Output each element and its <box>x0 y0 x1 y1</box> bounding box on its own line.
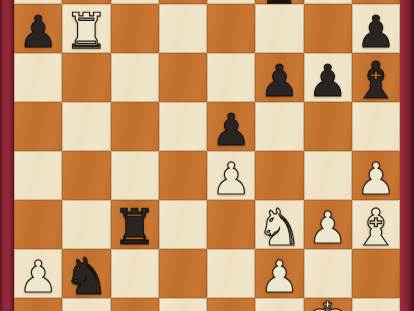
piece-black-pawn-h7[interactable]: ♟ <box>356 10 395 54</box>
square-f2[interactable]: ♟ <box>255 249 303 298</box>
square-e3[interactable] <box>207 200 255 249</box>
square-b4[interactable] <box>62 151 110 200</box>
square-b7[interactable]: ♜ <box>62 4 110 53</box>
square-h2[interactable] <box>352 249 400 298</box>
square-c6[interactable] <box>111 53 159 102</box>
square-b6[interactable] <box>62 53 110 102</box>
square-c5[interactable] <box>111 102 159 151</box>
board-clip-window: ♚♟♜♟♟♟♝♟♟♟♜♞♟♝♟♞♟♚ <box>14 0 400 311</box>
piece-white-bishop-h3[interactable]: ♝ <box>353 202 399 253</box>
piece-white-knight-f3[interactable]: ♞ <box>257 202 303 253</box>
square-g4[interactable] <box>304 151 352 200</box>
square-b5[interactable] <box>62 102 110 151</box>
square-b3[interactable] <box>62 200 110 249</box>
square-a1[interactable] <box>14 298 62 311</box>
board-frame-left <box>0 0 14 311</box>
square-e2[interactable] <box>207 249 255 298</box>
piece-black-rook-c3[interactable]: ♜ <box>113 203 157 252</box>
square-c2[interactable] <box>111 249 159 298</box>
square-e5[interactable]: ♟ <box>207 102 255 151</box>
chess-board-screenshot: ♚♟♜♟♟♟♝♟♟♟♜♞♟♝♟♞♟♚ 765432 <box>0 0 414 311</box>
board: ♚♟♜♟♟♟♝♟♟♟♜♞♟♝♟♞♟♚ <box>14 0 400 311</box>
square-h7[interactable]: ♟ <box>352 4 400 53</box>
piece-white-king-g1[interactable]: ♚ <box>304 295 351 311</box>
square-c1[interactable] <box>111 298 159 311</box>
square-f7[interactable] <box>255 4 303 53</box>
square-d7[interactable] <box>159 4 207 53</box>
square-c3[interactable]: ♜ <box>111 200 159 249</box>
square-c7[interactable] <box>111 4 159 53</box>
square-f5[interactable] <box>255 102 303 151</box>
piece-white-pawn-e4[interactable]: ♟ <box>211 157 250 201</box>
piece-white-pawn-f2[interactable]: ♟ <box>260 255 299 299</box>
piece-black-bishop-h6[interactable]: ♝ <box>353 55 399 106</box>
square-e4[interactable]: ♟ <box>207 151 255 200</box>
square-a2[interactable]: ♟ <box>14 249 62 298</box>
square-g3[interactable]: ♟ <box>304 200 352 249</box>
piece-black-pawn-g6[interactable]: ♟ <box>308 59 347 103</box>
square-d4[interactable] <box>159 151 207 200</box>
square-g6[interactable]: ♟ <box>304 53 352 102</box>
square-h1[interactable] <box>352 298 400 311</box>
square-g5[interactable] <box>304 102 352 151</box>
square-h4[interactable]: ♟ <box>352 151 400 200</box>
square-h5[interactable] <box>352 102 400 151</box>
square-h3[interactable]: ♝ <box>352 200 400 249</box>
square-a4[interactable] <box>14 151 62 200</box>
square-f6[interactable]: ♟ <box>255 53 303 102</box>
square-f4[interactable] <box>255 151 303 200</box>
piece-white-rook-b7[interactable]: ♜ <box>64 7 108 56</box>
square-h6[interactable]: ♝ <box>352 53 400 102</box>
square-a5[interactable] <box>14 102 62 151</box>
square-a7[interactable]: ♟ <box>14 4 62 53</box>
square-d6[interactable] <box>159 53 207 102</box>
square-d5[interactable] <box>159 102 207 151</box>
piece-black-knight-b2[interactable]: ♞ <box>64 251 110 302</box>
piece-white-pawn-g3[interactable]: ♟ <box>308 206 347 250</box>
square-b1[interactable] <box>62 298 110 311</box>
square-e6[interactable] <box>207 53 255 102</box>
square-f1[interactable] <box>255 298 303 311</box>
square-d1[interactable] <box>159 298 207 311</box>
square-a6[interactable] <box>14 53 62 102</box>
square-d3[interactable] <box>159 200 207 249</box>
square-a3[interactable] <box>14 200 62 249</box>
square-e1[interactable] <box>207 298 255 311</box>
piece-black-pawn-a7[interactable]: ♟ <box>18 10 57 54</box>
piece-white-pawn-h4[interactable]: ♟ <box>356 157 395 201</box>
board-frame-right <box>400 0 414 311</box>
square-f3[interactable]: ♞ <box>255 200 303 249</box>
square-g1[interactable]: ♚ <box>304 298 352 311</box>
square-e7[interactable] <box>207 4 255 53</box>
piece-black-pawn-f6[interactable]: ♟ <box>260 59 299 103</box>
piece-black-pawn-e5[interactable]: ♟ <box>211 108 250 152</box>
square-g7[interactable] <box>304 4 352 53</box>
square-d2[interactable] <box>159 249 207 298</box>
square-b2[interactable]: ♞ <box>62 249 110 298</box>
square-c4[interactable] <box>111 151 159 200</box>
piece-white-pawn-a2[interactable]: ♟ <box>18 255 57 299</box>
